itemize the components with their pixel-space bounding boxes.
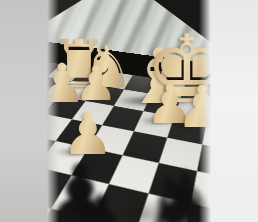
chess-photo: ♜♞♝♚♟♟♟♟♟♟♟♞ [0,0,258,222]
right-edge-fade [199,0,211,222]
left-edge-fade [47,0,59,222]
left-blur-strip [0,0,47,222]
photo-area: ♜♞♝♚♟♟♟♟♟♟♟♞ [47,0,211,222]
black-pawn-d8: ♟ [60,185,142,222]
right-blur-strip [211,0,258,222]
